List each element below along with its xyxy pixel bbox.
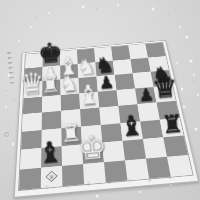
square-h2[interactable] (163, 135, 188, 156)
file-label: g (148, 176, 151, 181)
file-label: c (66, 183, 69, 188)
square-h3[interactable]: ♜ (160, 118, 184, 138)
board-photo-scene: ♚♟♝♞♞♛♜♞♟♞♝♟♛♜♝♜♝♚♛ abcdefgh (0, 0, 200, 200)
square-d7[interactable]: ♞ (78, 62, 97, 78)
black-rook[interactable]: ♜ (161, 111, 185, 137)
square-f3[interactable]: ♝ (120, 121, 143, 141)
black-pawn[interactable]: ♟ (98, 73, 115, 91)
file-label: a (25, 186, 28, 191)
maker-logo-crown-icon: ♛ (49, 174, 54, 180)
black-queen[interactable]: ♛ (151, 72, 179, 103)
square-h5[interactable]: ♛ (154, 85, 176, 103)
square-f5[interactable] (116, 88, 137, 106)
square-a4[interactable] (22, 113, 42, 132)
board-grid[interactable]: ♚♟♝♞♞♛♜♞♟♞♝♟♛♜♝♜♝♚♛ (19, 43, 192, 190)
black-bishop[interactable]: ♝ (118, 111, 145, 141)
square-d4[interactable] (80, 108, 101, 127)
file-label: b (46, 184, 49, 189)
square-d5[interactable]: ♝ (79, 92, 99, 110)
water-droplets-dark (0, 0, 1, 1)
file-label: d (87, 181, 90, 186)
square-f6[interactable] (115, 73, 135, 90)
board-tilt-wrapper: ♚♟♝♞♞♛♜♞♟♞♝♟♛♜♝♜♝♚♛ (0, 0, 200, 200)
file-label: e (108, 180, 111, 185)
square-a5[interactable] (23, 96, 42, 114)
white-king[interactable]: ♚ (76, 129, 108, 164)
file-label: h (169, 175, 172, 180)
square-d2[interactable]: ♚ (82, 143, 104, 164)
square-b2[interactable]: ♝ (41, 146, 62, 167)
surface-mark (4, 132, 9, 137)
file-label: f (128, 178, 130, 183)
maker-logo-diamond-icon: ♛ (45, 171, 57, 182)
square-b6[interactable]: ♜ (42, 80, 61, 97)
square-b5[interactable] (42, 95, 61, 113)
white-bishop[interactable]: ♝ (76, 81, 102, 109)
black-bishop[interactable]: ♝ (36, 137, 64, 168)
